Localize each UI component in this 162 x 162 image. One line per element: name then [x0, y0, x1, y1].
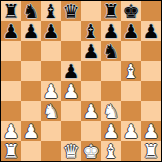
white-king-piece[interactable]: ♚ — [82, 141, 99, 161]
square-d7[interactable] — [61, 21, 81, 41]
square-d4[interactable]: ♟ — [61, 81, 81, 101]
square-g4[interactable] — [121, 81, 141, 101]
square-h4[interactable] — [141, 81, 161, 101]
square-h1[interactable]: ♜ — [141, 141, 161, 161]
square-e5[interactable] — [81, 61, 101, 81]
black-pawn-piece[interactable]: ♟ — [22, 21, 39, 41]
white-pawn-piece[interactable]: ♟ — [82, 101, 99, 121]
square-c5[interactable] — [41, 61, 61, 81]
black-pawn-piece[interactable]: ♟ — [142, 21, 159, 41]
square-h6[interactable] — [141, 41, 161, 61]
square-b7[interactable]: ♟ — [21, 21, 41, 41]
white-bishop-piece[interactable]: ♝ — [122, 61, 139, 81]
black-pawn-piece[interactable]: ♟ — [102, 21, 119, 41]
square-h7[interactable]: ♟ — [141, 21, 161, 41]
white-queen-piece[interactable]: ♛ — [62, 141, 79, 161]
square-c6[interactable] — [41, 41, 61, 61]
square-a4[interactable] — [1, 81, 21, 101]
white-bishop-piece[interactable]: ♝ — [102, 141, 119, 161]
square-f3[interactable]: ♞ — [101, 101, 121, 121]
square-b4[interactable] — [21, 81, 41, 101]
white-pawn-piece[interactable]: ♟ — [22, 121, 39, 141]
black-knight-piece[interactable]: ♞ — [22, 1, 39, 21]
square-b6[interactable] — [21, 41, 41, 61]
black-pawn-piece[interactable]: ♟ — [122, 21, 139, 41]
white-pawn-piece[interactable]: ♟ — [122, 121, 139, 141]
square-f4[interactable] — [101, 81, 121, 101]
square-a5[interactable] — [1, 61, 21, 81]
black-king-piece[interactable]: ♚ — [122, 1, 139, 21]
square-a1[interactable]: ♜ — [1, 141, 21, 161]
black-pawn-piece[interactable]: ♟ — [62, 61, 79, 81]
square-d8[interactable]: ♛ — [61, 1, 81, 21]
white-knight-piece[interactable]: ♞ — [102, 101, 119, 121]
square-d6[interactable] — [61, 41, 81, 61]
black-pawn-piece[interactable]: ♟ — [2, 21, 19, 41]
square-h2[interactable]: ♟ — [141, 121, 161, 141]
square-g6[interactable] — [121, 41, 141, 61]
square-d2[interactable] — [61, 121, 81, 141]
square-d3[interactable] — [61, 101, 81, 121]
square-g2[interactable]: ♟ — [121, 121, 141, 141]
square-g3[interactable] — [121, 101, 141, 121]
square-f1[interactable]: ♝ — [101, 141, 121, 161]
square-c3[interactable]: ♞ — [41, 101, 61, 121]
white-pawn-piece[interactable]: ♟ — [142, 121, 159, 141]
square-a2[interactable]: ♟ — [1, 121, 21, 141]
square-e1[interactable]: ♚ — [81, 141, 101, 161]
square-e4[interactable] — [81, 81, 101, 101]
square-c8[interactable]: ♝ — [41, 1, 61, 21]
square-c1[interactable] — [41, 141, 61, 161]
square-d5[interactable]: ♟ — [61, 61, 81, 81]
square-b2[interactable]: ♟ — [21, 121, 41, 141]
black-knight-piece[interactable]: ♞ — [102, 41, 119, 61]
square-e2[interactable] — [81, 121, 101, 141]
square-c4[interactable]: ♟ — [41, 81, 61, 101]
square-h8[interactable] — [141, 1, 161, 21]
square-g7[interactable]: ♟ — [121, 21, 141, 41]
square-f2[interactable]: ♟ — [101, 121, 121, 141]
square-b3[interactable] — [21, 101, 41, 121]
square-e7[interactable]: ♝ — [81, 21, 101, 41]
white-rook-piece[interactable]: ♜ — [2, 141, 19, 161]
square-g8[interactable]: ♚ — [121, 1, 141, 21]
square-c7[interactable]: ♟ — [41, 21, 61, 41]
square-a3[interactable] — [1, 101, 21, 121]
square-f6[interactable]: ♞ — [101, 41, 121, 61]
square-e6[interactable]: ♟ — [81, 41, 101, 61]
square-f5[interactable] — [101, 61, 121, 81]
square-c2[interactable] — [41, 121, 61, 141]
square-f8[interactable]: ♜ — [101, 1, 121, 21]
square-e3[interactable]: ♟ — [81, 101, 101, 121]
black-bishop-piece[interactable]: ♝ — [82, 21, 99, 41]
square-d1[interactable]: ♛ — [61, 141, 81, 161]
square-b8[interactable]: ♞ — [21, 1, 41, 21]
black-rook-piece[interactable]: ♜ — [2, 1, 19, 21]
black-pawn-piece[interactable]: ♟ — [42, 21, 59, 41]
square-h3[interactable] — [141, 101, 161, 121]
black-bishop-piece[interactable]: ♝ — [42, 1, 59, 21]
black-queen-piece[interactable]: ♛ — [62, 1, 79, 21]
white-pawn-piece[interactable]: ♟ — [42, 81, 59, 101]
square-g1[interactable] — [121, 141, 141, 161]
white-pawn-piece[interactable]: ♟ — [102, 121, 119, 141]
white-pawn-piece[interactable]: ♟ — [2, 121, 19, 141]
white-knight-piece[interactable]: ♞ — [42, 101, 59, 121]
chess-board: ♜♞♝♛♜♚♟♟♟♝♟♟♟♟♞♟♝♟♟♞♟♞♟♟♟♟♟♜♛♚♝♜ — [0, 0, 162, 162]
square-e8[interactable] — [81, 1, 101, 21]
square-b1[interactable] — [21, 141, 41, 161]
square-f7[interactable]: ♟ — [101, 21, 121, 41]
black-rook-piece[interactable]: ♜ — [102, 1, 119, 21]
white-rook-piece[interactable]: ♜ — [142, 141, 159, 161]
square-g5[interactable]: ♝ — [121, 61, 141, 81]
square-h5[interactable] — [141, 61, 161, 81]
square-a7[interactable]: ♟ — [1, 21, 21, 41]
square-a6[interactable] — [1, 41, 21, 61]
square-a8[interactable]: ♜ — [1, 1, 21, 21]
black-pawn-piece[interactable]: ♟ — [82, 41, 99, 61]
square-b5[interactable] — [21, 61, 41, 81]
white-pawn-piece[interactable]: ♟ — [62, 81, 79, 101]
